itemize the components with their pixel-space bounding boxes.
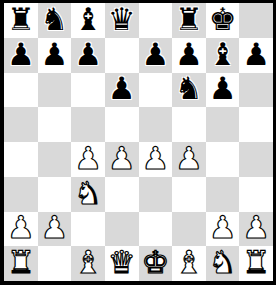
square-g4[interactable] — [206, 142, 240, 177]
white-bishop[interactable]: ♝ — [175, 247, 203, 278]
black-pawn[interactable]: ♟ — [108, 73, 136, 104]
square-h2[interactable]: ♟ — [239, 212, 273, 247]
square-f4[interactable]: ♟ — [172, 142, 206, 177]
white-pawn[interactable]: ♟ — [242, 212, 270, 243]
square-b6[interactable] — [38, 73, 72, 108]
square-b2[interactable]: ♟ — [38, 212, 72, 247]
square-e8[interactable] — [139, 3, 173, 38]
black-knight[interactable]: ♞ — [41, 4, 69, 35]
square-d2[interactable] — [105, 212, 139, 247]
square-a2[interactable]: ♟ — [4, 212, 38, 247]
square-d8[interactable]: ♛ — [105, 3, 139, 38]
white-pawn[interactable]: ♟ — [175, 143, 203, 174]
square-f1[interactable]: ♝ — [172, 246, 206, 281]
square-b4[interactable] — [38, 142, 72, 177]
black-king[interactable]: ♚ — [209, 4, 237, 35]
square-e3[interactable] — [139, 177, 173, 212]
white-knight[interactable]: ♞ — [209, 247, 237, 278]
square-c2[interactable] — [71, 212, 105, 247]
square-f7[interactable]: ♟ — [172, 38, 206, 73]
square-b8[interactable]: ♞ — [38, 3, 72, 38]
square-f5[interactable] — [172, 107, 206, 142]
white-knight[interactable]: ♞ — [74, 178, 102, 209]
black-pawn[interactable]: ♟ — [175, 39, 203, 70]
square-d5[interactable] — [105, 107, 139, 142]
black-rook[interactable]: ♜ — [175, 4, 203, 35]
white-king[interactable]: ♚ — [141, 247, 169, 278]
square-d7[interactable] — [105, 38, 139, 73]
square-c8[interactable]: ♝ — [71, 3, 105, 38]
square-h8[interactable] — [239, 3, 273, 38]
square-c4[interactable]: ♟ — [71, 142, 105, 177]
square-e7[interactable]: ♟ — [139, 38, 173, 73]
white-queen[interactable]: ♛ — [108, 247, 136, 278]
square-h3[interactable] — [239, 177, 273, 212]
square-g8[interactable]: ♚ — [206, 3, 240, 38]
square-e6[interactable] — [139, 73, 173, 108]
black-rook[interactable]: ♜ — [7, 4, 35, 35]
square-c5[interactable] — [71, 107, 105, 142]
white-pawn[interactable]: ♟ — [7, 212, 35, 243]
square-e4[interactable]: ♟ — [139, 142, 173, 177]
black-pawn[interactable]: ♟ — [209, 73, 237, 104]
square-d3[interactable] — [105, 177, 139, 212]
square-f6[interactable]: ♞ — [172, 73, 206, 108]
square-e2[interactable] — [139, 212, 173, 247]
square-g6[interactable]: ♟ — [206, 73, 240, 108]
square-a7[interactable]: ♟ — [4, 38, 38, 73]
black-pawn[interactable]: ♟ — [141, 39, 169, 70]
square-d6[interactable]: ♟ — [105, 73, 139, 108]
square-f8[interactable]: ♜ — [172, 3, 206, 38]
white-rook[interactable]: ♜ — [7, 247, 35, 278]
black-bishop[interactable]: ♝ — [209, 39, 237, 70]
square-c6[interactable] — [71, 73, 105, 108]
square-h4[interactable] — [239, 142, 273, 177]
square-b1[interactable] — [38, 246, 72, 281]
square-h6[interactable] — [239, 73, 273, 108]
square-a5[interactable] — [4, 107, 38, 142]
square-d1[interactable]: ♛ — [105, 246, 139, 281]
white-pawn[interactable]: ♟ — [108, 143, 136, 174]
black-pawn[interactable]: ♟ — [242, 39, 270, 70]
square-c3[interactable]: ♞ — [71, 177, 105, 212]
square-d4[interactable]: ♟ — [105, 142, 139, 177]
white-pawn[interactable]: ♟ — [41, 212, 69, 243]
square-h1[interactable]: ♜ — [239, 246, 273, 281]
square-e1[interactable]: ♚ — [139, 246, 173, 281]
square-b7[interactable]: ♟ — [38, 38, 72, 73]
black-pawn[interactable]: ♟ — [74, 39, 102, 70]
square-a8[interactable]: ♜ — [4, 3, 38, 38]
square-b5[interactable] — [38, 107, 72, 142]
square-a1[interactable]: ♜ — [4, 246, 38, 281]
square-c7[interactable]: ♟ — [71, 38, 105, 73]
white-pawn[interactable]: ♟ — [209, 212, 237, 243]
white-rook[interactable]: ♜ — [242, 247, 270, 278]
chess-board: ♜♞♝♛♜♚♟♟♟♟♟♝♟♟♞♟♟♟♟♟♞♟♟♟♟♜♝♛♚♝♞♜ — [4, 3, 273, 281]
white-bishop[interactable]: ♝ — [74, 247, 102, 278]
square-a4[interactable] — [4, 142, 38, 177]
square-g1[interactable]: ♞ — [206, 246, 240, 281]
black-knight[interactable]: ♞ — [175, 73, 203, 104]
chess-board-frame: ♜♞♝♛♜♚♟♟♟♟♟♝♟♟♞♟♟♟♟♟♞♟♟♟♟♜♝♛♚♝♞♜ — [0, 0, 276, 285]
square-e5[interactable] — [139, 107, 173, 142]
black-pawn[interactable]: ♟ — [41, 39, 69, 70]
square-a6[interactable] — [4, 73, 38, 108]
square-h7[interactable]: ♟ — [239, 38, 273, 73]
white-pawn[interactable]: ♟ — [141, 143, 169, 174]
black-queen[interactable]: ♛ — [108, 4, 136, 35]
white-pawn[interactable]: ♟ — [74, 143, 102, 174]
black-bishop[interactable]: ♝ — [74, 4, 102, 35]
square-c1[interactable]: ♝ — [71, 246, 105, 281]
square-g7[interactable]: ♝ — [206, 38, 240, 73]
square-g3[interactable] — [206, 177, 240, 212]
square-b3[interactable] — [38, 177, 72, 212]
black-pawn[interactable]: ♟ — [7, 39, 35, 70]
square-g2[interactable]: ♟ — [206, 212, 240, 247]
square-g5[interactable] — [206, 107, 240, 142]
square-f2[interactable] — [172, 212, 206, 247]
square-f3[interactable] — [172, 177, 206, 212]
square-h5[interactable] — [239, 107, 273, 142]
square-a3[interactable] — [4, 177, 38, 212]
